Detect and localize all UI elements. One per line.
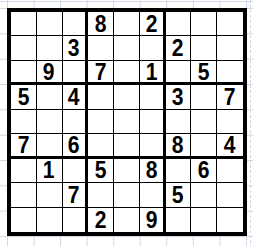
- sudoku-cell-r1c2[interactable]: [37, 12, 63, 36]
- sudoku-cell-r6c4[interactable]: [88, 134, 114, 158]
- sudoku-cell-r4c3[interactable]: 4: [63, 85, 89, 109]
- sudoku-cell-r6c2[interactable]: [37, 134, 63, 158]
- sudoku-cell-r2c6[interactable]: [140, 36, 166, 60]
- sudoku-cell-r5c1[interactable]: [11, 110, 37, 134]
- sudoku-cell-r6c1[interactable]: 7: [11, 134, 37, 158]
- sudoku-cell-r7c5[interactable]: [114, 159, 140, 183]
- sudoku-cell-r3c1[interactable]: [11, 61, 37, 85]
- sudoku-cell-r5c8[interactable]: [191, 110, 217, 134]
- sudoku-given-digit: 7: [224, 85, 236, 109]
- sudoku-cell-r6c5[interactable]: [114, 134, 140, 158]
- sudoku-cell-r8c9[interactable]: [217, 183, 243, 207]
- sudoku-cell-r8c7[interactable]: 5: [166, 183, 192, 207]
- sudoku-given-digit: 6: [68, 134, 80, 157]
- sudoku-cell-r1c8[interactable]: [191, 12, 217, 36]
- sudoku-cell-r3c9[interactable]: [217, 61, 243, 85]
- sudoku-given-digit: 5: [172, 183, 184, 207]
- sudoku-cell-r3c6[interactable]: 1: [140, 61, 166, 85]
- sudoku-cell-r4c1[interactable]: 5: [11, 85, 37, 109]
- sudoku-given-digit: 1: [43, 159, 55, 183]
- sudoku-cell-r9c7[interactable]: [166, 208, 192, 232]
- sudoku-cell-r1c6[interactable]: 2: [140, 12, 166, 36]
- sudoku-given-digit: 6: [198, 159, 210, 183]
- sudoku-given-digit: 8: [172, 134, 184, 157]
- sudoku-cell-r9c8[interactable]: [191, 208, 217, 232]
- sudoku-cell-r4c4[interactable]: [88, 85, 114, 109]
- sudoku-given-digit: 4: [224, 134, 236, 157]
- sudoku-cell-r5c4[interactable]: [88, 110, 114, 134]
- sudoku-cell-r9c4[interactable]: 2: [88, 208, 114, 232]
- sudoku-cell-r9c5[interactable]: [114, 208, 140, 232]
- sudoku-given-digit: 7: [68, 183, 80, 207]
- sudoku-cell-r3c5[interactable]: [114, 61, 140, 85]
- sudoku-cell-r8c8[interactable]: [191, 183, 217, 207]
- sudoku-cell-r7c8[interactable]: 6: [191, 159, 217, 183]
- sudoku-given-digit: 3: [172, 85, 184, 109]
- sudoku-cell-r3c4[interactable]: 7: [88, 61, 114, 85]
- sudoku-given-digit: 9: [145, 208, 157, 232]
- sudoku-cell-r2c1[interactable]: [11, 36, 37, 60]
- spreadsheet-gridline-right: [250, 0, 251, 246]
- sudoku-cell-r5c9[interactable]: [217, 110, 243, 134]
- sudoku-cell-r4c2[interactable]: [37, 85, 63, 109]
- sudoku-cell-r1c9[interactable]: [217, 12, 243, 36]
- sudoku-cell-r5c6[interactable]: [140, 110, 166, 134]
- sudoku-cell-r9c3[interactable]: [63, 208, 89, 232]
- sudoku-cell-r8c2[interactable]: [37, 183, 63, 207]
- sudoku-given-digit: 8: [95, 12, 107, 36]
- sudoku-cell-r4c6[interactable]: [140, 85, 166, 109]
- sudoku-given-digit: 4: [68, 85, 80, 109]
- sudoku-cell-r1c5[interactable]: [114, 12, 140, 36]
- sudoku-given-digit: 7: [95, 61, 107, 84]
- sudoku-cell-r5c2[interactable]: [37, 110, 63, 134]
- sudoku-cell-r4c9[interactable]: 7: [217, 85, 243, 109]
- sudoku-cell-r2c3[interactable]: 3: [63, 36, 89, 60]
- sudoku-given-digit: 3: [68, 36, 80, 60]
- sudoku-cell-r8c1[interactable]: [11, 183, 37, 207]
- sudoku-cell-r4c7[interactable]: 3: [166, 85, 192, 109]
- sudoku-screenshot: 823297155437768415867529: [0, 0, 253, 246]
- spreadsheet-gridline-top: [0, 1, 253, 2]
- sudoku-cell-r1c7[interactable]: [166, 12, 192, 36]
- sudoku-cell-r1c3[interactable]: [63, 12, 89, 36]
- sudoku-cell-r7c6[interactable]: 8: [140, 159, 166, 183]
- sudoku-cell-r4c8[interactable]: [191, 85, 217, 109]
- sudoku-cell-r7c7[interactable]: [166, 159, 192, 183]
- sudoku-given-digit: 2: [145, 12, 157, 36]
- sudoku-cell-r5c5[interactable]: [114, 110, 140, 134]
- sudoku-cell-r3c2[interactable]: 9: [37, 61, 63, 85]
- sudoku-cell-r1c1[interactable]: [11, 12, 37, 36]
- sudoku-cell-r3c8[interactable]: 5: [191, 61, 217, 85]
- sudoku-cell-r4c5[interactable]: [114, 85, 140, 109]
- sudoku-given-digit: 1: [145, 61, 157, 84]
- sudoku-cell-r2c7[interactable]: 2: [166, 36, 192, 60]
- sudoku-cell-r9c2[interactable]: [37, 208, 63, 232]
- sudoku-cell-r7c3[interactable]: [63, 159, 89, 183]
- sudoku-given-digit: 2: [95, 208, 107, 232]
- sudoku-cell-r2c9[interactable]: [217, 36, 243, 60]
- sudoku-given-digit: 8: [145, 159, 157, 183]
- sudoku-given-digit: 5: [95, 159, 107, 183]
- sudoku-cell-r8c3[interactable]: 7: [63, 183, 89, 207]
- sudoku-cell-r6c9[interactable]: 4: [217, 134, 243, 158]
- sudoku-given-digit: 2: [172, 36, 184, 60]
- sudoku-cell-r7c4[interactable]: 5: [88, 159, 114, 183]
- sudoku-cell-r7c9[interactable]: [217, 159, 243, 183]
- sudoku-given-digit: 5: [18, 85, 30, 109]
- sudoku-cell-r9c9[interactable]: [217, 208, 243, 232]
- sudoku-cell-r2c4[interactable]: [88, 36, 114, 60]
- sudoku-board: 823297155437768415867529: [7, 8, 247, 236]
- sudoku-cell-r1c4[interactable]: 8: [88, 12, 114, 36]
- sudoku-cell-r2c5[interactable]: [114, 36, 140, 60]
- sudoku-cell-r3c7[interactable]: [166, 61, 192, 85]
- sudoku-cell-r6c6[interactable]: [140, 134, 166, 158]
- sudoku-given-digit: 5: [198, 61, 210, 84]
- sudoku-cell-r7c2[interactable]: 1: [37, 159, 63, 183]
- sudoku-cell-r6c7[interactable]: 8: [166, 134, 192, 158]
- sudoku-cell-r5c3[interactable]: [63, 110, 89, 134]
- sudoku-cell-r8c5[interactable]: [114, 183, 140, 207]
- sudoku-cell-r8c4[interactable]: [88, 183, 114, 207]
- sudoku-cell-r5c7[interactable]: [166, 110, 192, 134]
- sudoku-cell-r8c6[interactable]: [140, 183, 166, 207]
- sudoku-cell-r7c1[interactable]: [11, 159, 37, 183]
- sudoku-cell-r9c1[interactable]: [11, 208, 37, 232]
- sudoku-given-digit: 9: [43, 61, 55, 84]
- sudoku-cell-r6c3[interactable]: 6: [63, 134, 89, 158]
- sudoku-cell-r3c3[interactable]: [63, 61, 89, 85]
- sudoku-cell-r9c6[interactable]: 9: [140, 208, 166, 232]
- sudoku-cell-r6c8[interactable]: [191, 134, 217, 158]
- sudoku-given-digit: 7: [18, 134, 30, 157]
- sudoku-cell-r2c8[interactable]: [191, 36, 217, 60]
- sudoku-cell-r2c2[interactable]: [37, 36, 63, 60]
